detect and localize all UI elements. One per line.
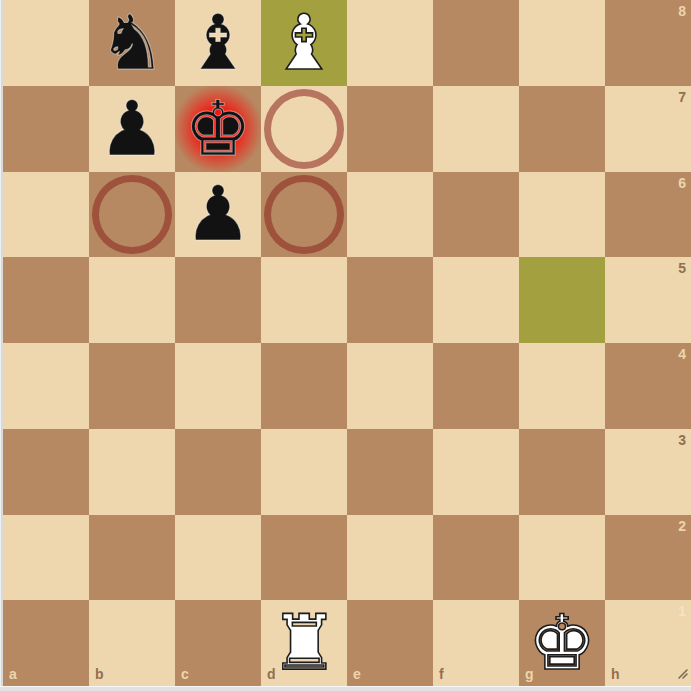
square-g1[interactable]: ♚ [519, 600, 605, 686]
piece-black-king[interactable]: ♚ [175, 86, 261, 172]
square-h3[interactable] [605, 429, 691, 515]
square-b4[interactable] [89, 343, 175, 429]
square-c2[interactable] [175, 515, 261, 601]
square-a4[interactable] [3, 343, 89, 429]
square-a2[interactable] [3, 515, 89, 601]
square-d1[interactable]: ♜ [261, 600, 347, 686]
square-e8[interactable] [347, 0, 433, 86]
square-c8[interactable]: ♝ [175, 0, 261, 86]
square-b2[interactable] [89, 515, 175, 601]
circle-annotation [264, 175, 344, 255]
circle-annotation [92, 175, 172, 255]
square-g5[interactable] [519, 257, 605, 343]
square-c4[interactable] [175, 343, 261, 429]
piece-black-bishop[interactable]: ♝ [175, 0, 261, 86]
square-d5[interactable] [261, 257, 347, 343]
square-h8[interactable] [605, 0, 691, 86]
piece-black-pawn[interactable]: ♟ [89, 86, 175, 172]
square-g2[interactable] [519, 515, 605, 601]
square-e1[interactable] [347, 600, 433, 686]
square-c7[interactable]: ♚ [175, 86, 261, 172]
square-d7[interactable] [261, 86, 347, 172]
square-c6[interactable]: ♟ [175, 172, 261, 258]
circle-annotation [264, 89, 344, 169]
square-d6[interactable] [261, 172, 347, 258]
square-d2[interactable] [261, 515, 347, 601]
square-h6[interactable] [605, 172, 691, 258]
square-b5[interactable] [89, 257, 175, 343]
square-b7[interactable]: ♟ [89, 86, 175, 172]
square-e4[interactable] [347, 343, 433, 429]
piece-white-bishop[interactable]: ♝ [261, 0, 347, 86]
page: ♞♝♝♟♚♟♜♚ abcdefgh12345678 [0, 0, 691, 691]
square-b1[interactable] [89, 600, 175, 686]
square-e6[interactable] [347, 172, 433, 258]
square-e7[interactable] [347, 86, 433, 172]
piece-white-rook[interactable]: ♜ [261, 600, 347, 686]
square-f2[interactable] [433, 515, 519, 601]
square-a7[interactable] [3, 86, 89, 172]
board-resize-handle-icon[interactable] [677, 668, 689, 680]
square-f7[interactable] [433, 86, 519, 172]
page-bottom-strip [0, 686, 691, 691]
square-c1[interactable] [175, 600, 261, 686]
square-f5[interactable] [433, 257, 519, 343]
square-d3[interactable] [261, 429, 347, 515]
square-f6[interactable] [433, 172, 519, 258]
square-a6[interactable] [3, 172, 89, 258]
square-f1[interactable] [433, 600, 519, 686]
square-h4[interactable] [605, 343, 691, 429]
square-g4[interactable] [519, 343, 605, 429]
square-h2[interactable] [605, 515, 691, 601]
square-e3[interactable] [347, 429, 433, 515]
square-h5[interactable] [605, 257, 691, 343]
square-f4[interactable] [433, 343, 519, 429]
square-a5[interactable] [3, 257, 89, 343]
square-d8[interactable]: ♝ [261, 0, 347, 86]
square-g7[interactable] [519, 86, 605, 172]
piece-black-pawn[interactable]: ♟ [175, 172, 261, 258]
square-g6[interactable] [519, 172, 605, 258]
square-e2[interactable] [347, 515, 433, 601]
square-a3[interactable] [3, 429, 89, 515]
square-e5[interactable] [347, 257, 433, 343]
square-c3[interactable] [175, 429, 261, 515]
square-f3[interactable] [433, 429, 519, 515]
square-b8[interactable]: ♞ [89, 0, 175, 86]
square-h7[interactable] [605, 86, 691, 172]
square-f8[interactable] [433, 0, 519, 86]
square-a1[interactable] [3, 600, 89, 686]
square-b6[interactable] [89, 172, 175, 258]
piece-black-knight[interactable]: ♞ [89, 0, 175, 86]
board-area: ♞♝♝♟♚♟♜♚ abcdefgh12345678 [3, 0, 691, 686]
square-g3[interactable] [519, 429, 605, 515]
square-a8[interactable] [3, 0, 89, 86]
square-g8[interactable] [519, 0, 605, 86]
chess-board[interactable]: ♞♝♝♟♚♟♜♚ [3, 0, 691, 686]
square-c5[interactable] [175, 257, 261, 343]
square-b3[interactable] [89, 429, 175, 515]
piece-white-king[interactable]: ♚ [519, 600, 605, 686]
square-d4[interactable] [261, 343, 347, 429]
